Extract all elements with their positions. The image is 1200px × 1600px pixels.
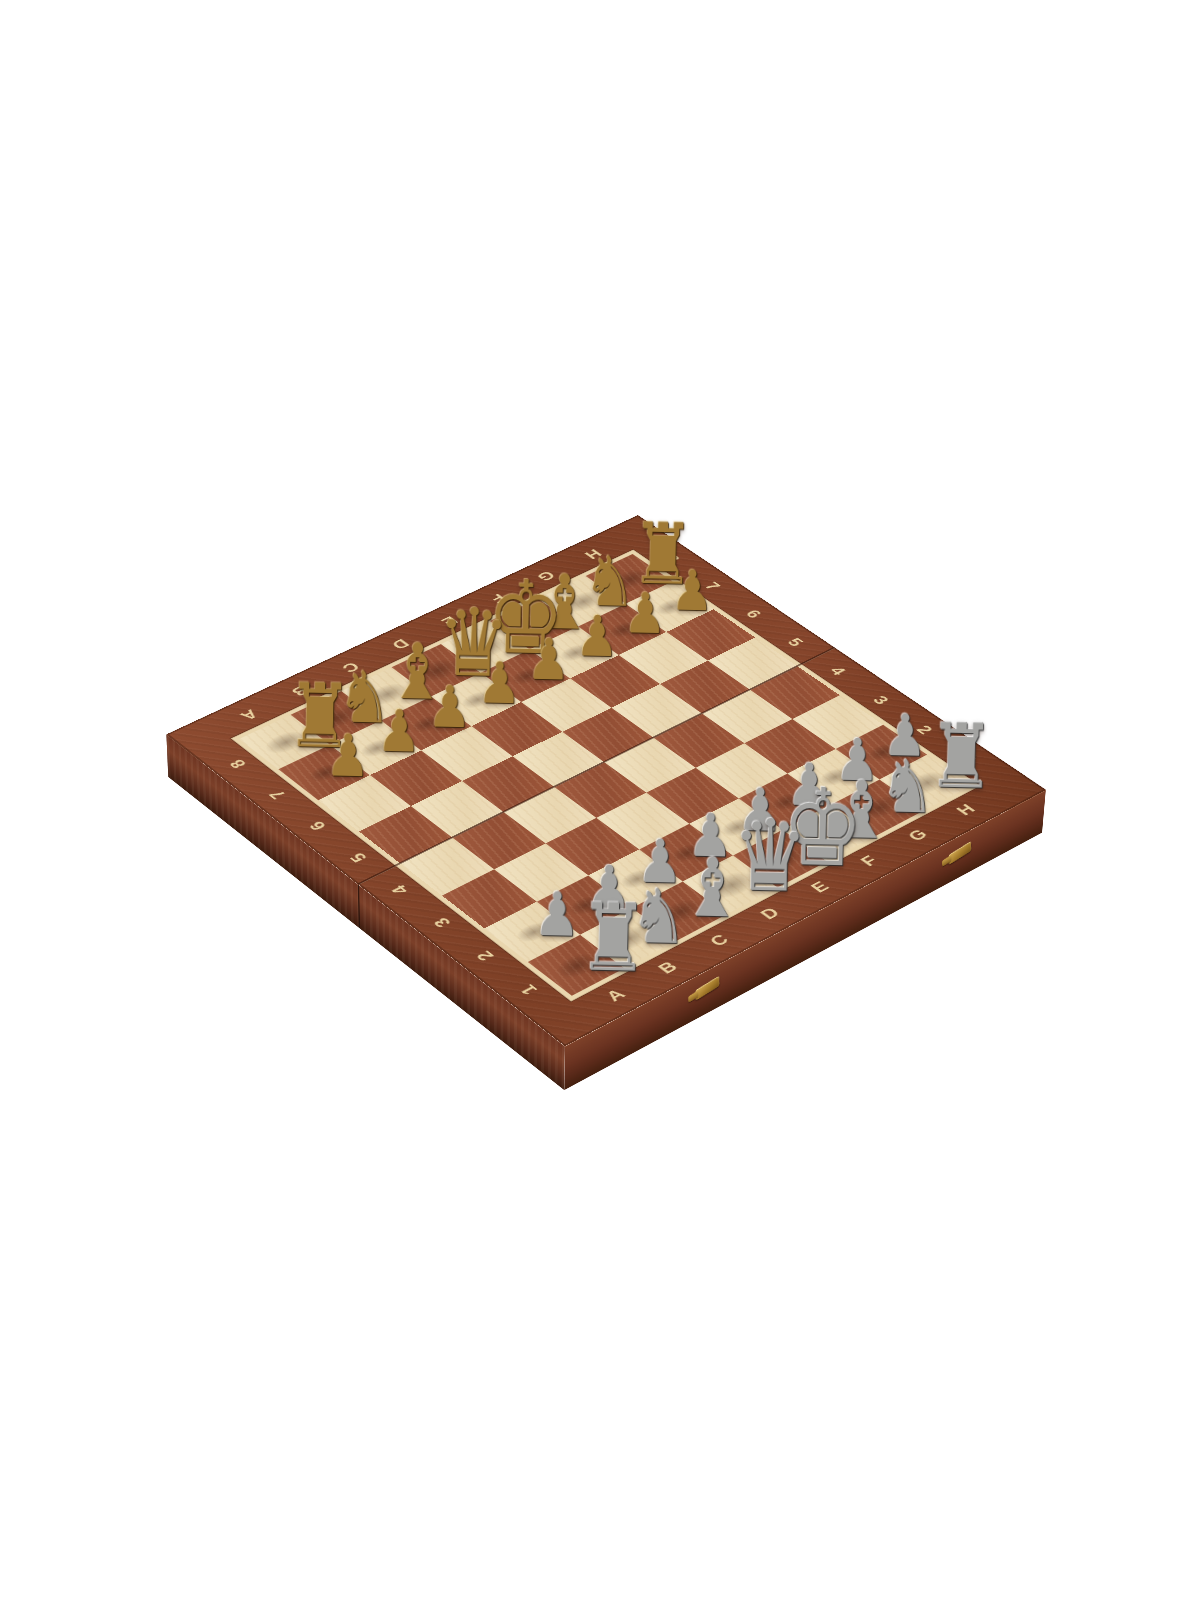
brass-clasp-icon <box>949 841 971 865</box>
brass-clasp-icon <box>695 976 719 1001</box>
square-b4[interactable] <box>452 812 545 869</box>
fold-seam-left-edge <box>358 884 360 928</box>
square-a7[interactable]: ♟ <box>278 745 370 800</box>
square-c6[interactable] <box>421 726 512 781</box>
